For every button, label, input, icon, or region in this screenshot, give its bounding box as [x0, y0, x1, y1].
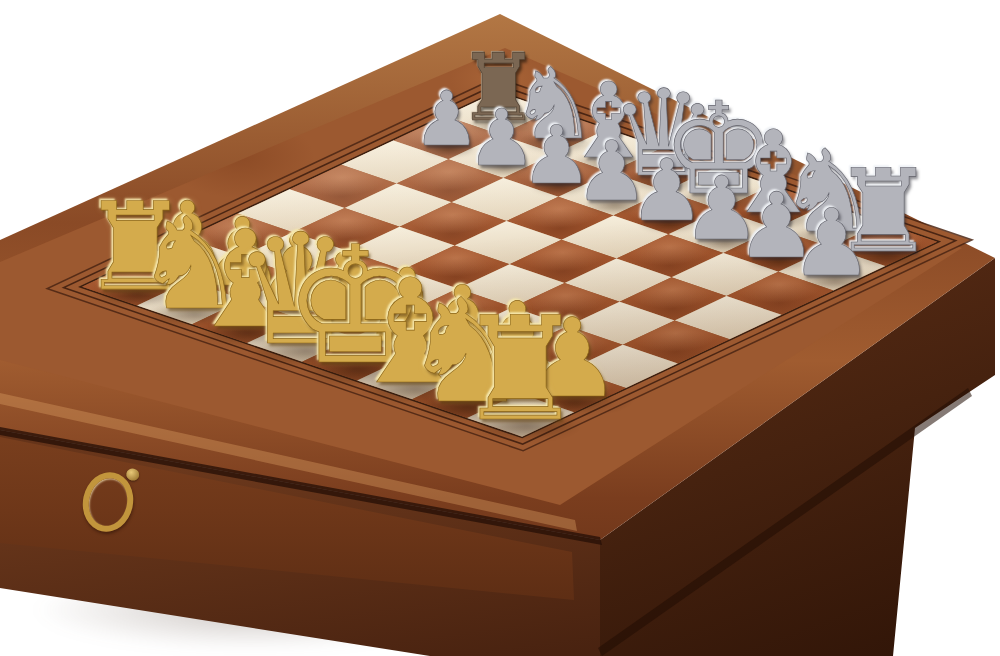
chess-set-photo: ♜♞♝♛♚♝♞♜♟♟♟♟♟♟♟♟♟♟♟♟♟♟♟♟♜♞♝♛♚♝♞♜: [0, 0, 1000, 656]
r-glyph: ♜: [456, 298, 585, 442]
p-glyph: ♟: [790, 198, 873, 291]
pieces-layer: ♜♞♝♛♚♝♞♜♟♟♟♟♟♟♟♟♟♟♟♟♟♟♟♟♜♞♝♛♚♝♞♜: [0, 0, 1000, 656]
